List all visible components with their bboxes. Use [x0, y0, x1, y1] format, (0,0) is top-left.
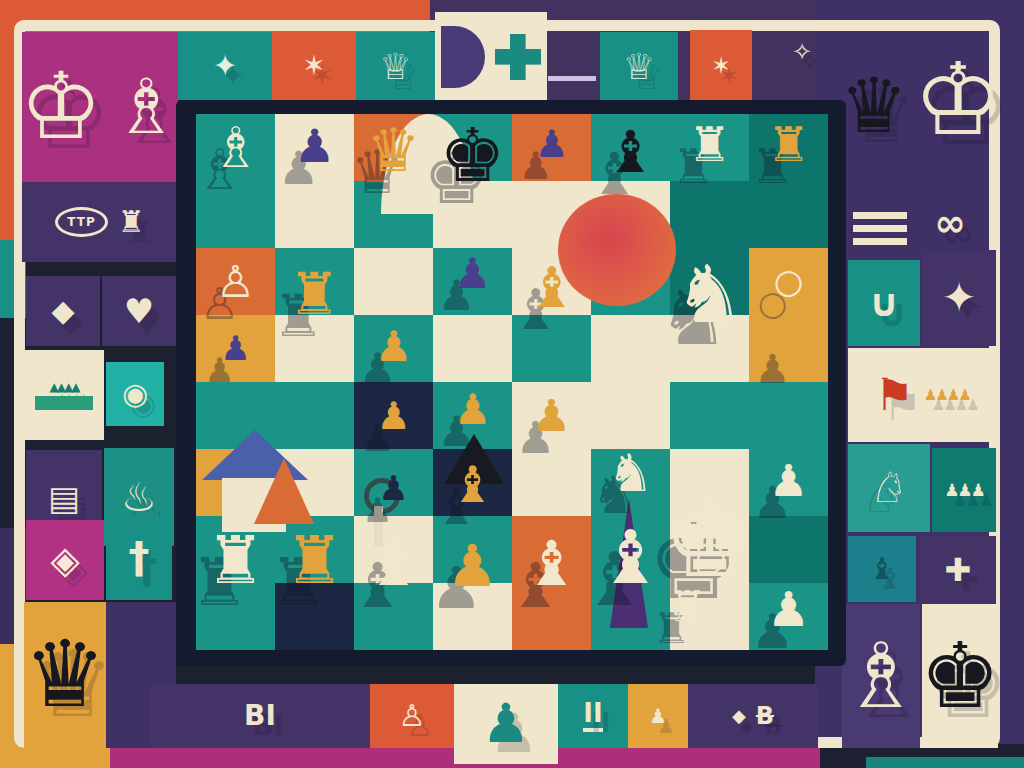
tile-cream-plus	[435, 12, 547, 102]
tile-cake	[848, 206, 912, 254]
castle-icon: ♜	[118, 207, 145, 237]
square-g7[interactable]	[670, 181, 749, 248]
black-king[interactable]: ♚	[439, 118, 505, 192]
text-block-icon: ▤	[48, 481, 80, 515]
purple-pawn[interactable]: ♟	[220, 330, 250, 364]
tile-teal-eye: ◉	[106, 362, 164, 426]
tile-purple-diamond-b: ◆B	[688, 684, 818, 748]
square-a7[interactable]	[196, 181, 275, 248]
shard-icon: ✧	[792, 40, 812, 64]
cream-knight[interactable]: ♞	[674, 254, 746, 334]
tile-shard: ✧	[788, 26, 816, 78]
orange-bishop[interactable]: ♝	[450, 460, 495, 510]
tile-orange-small-piece: ♟	[628, 684, 688, 748]
cream-knight[interactable]: ♞	[607, 446, 654, 498]
tile-cream-flag-crown: ⚑♟♟♟♟	[848, 348, 996, 442]
square-e3[interactable]	[512, 449, 591, 516]
square-e5[interactable]	[512, 315, 591, 382]
four-point-star-icon: ✦	[941, 277, 976, 319]
plus-icon	[495, 34, 541, 80]
chess-board: ♗♟♛♚♟♝♜♜♙♜♟♝♞○♟♟♟♟♟♟♟♝♞♟♜♜♝♟♝♝♚♜♟	[176, 100, 846, 666]
tile-cream-teal-pin: ♟	[454, 684, 558, 764]
tile-teal-figures: ♟♟♟	[932, 448, 996, 532]
tile-purple-badges: TTP♜	[22, 182, 178, 262]
swirl-icon: ✶	[711, 54, 731, 78]
boat-lamp-icon: ♙	[399, 701, 426, 731]
u-shape-icon: ∪	[869, 284, 900, 322]
orange-pawn[interactable]: ♟	[376, 397, 410, 435]
tile-cream-black-king: ♚	[922, 604, 998, 748]
tile-cream-king-top: ♔	[918, 26, 998, 174]
black-bishop[interactable]: ♝	[605, 122, 657, 180]
cream-bishop[interactable]: ♝	[366, 532, 422, 594]
dagger-icon: †	[129, 537, 150, 579]
tile-teal-bird: ♘	[848, 444, 930, 532]
purple-pawn[interactable]: ♟	[454, 253, 492, 295]
cream-king-icon: ♔	[913, 50, 1003, 150]
orange-rook[interactable]: ♜	[285, 528, 344, 594]
tile-orange-swirl: ✶	[272, 32, 356, 100]
struck-b-icon: B	[756, 704, 774, 728]
purple-pawn[interactable]: ♟	[294, 123, 335, 169]
orange-rook[interactable]: ♜	[767, 120, 810, 168]
tile-cream-trees: ▲▲▲▲	[24, 350, 104, 440]
tile-purple-bishop: ♗	[842, 604, 920, 748]
orange-pawn[interactable]: ♟	[771, 327, 807, 367]
teal-pin-piece-icon: ♟	[482, 697, 530, 751]
navy-pin-piece[interactable]: ♟	[378, 470, 408, 504]
orange-pawn[interactable]: ♟	[375, 326, 413, 368]
tile-purple-cross: ✚	[920, 536, 996, 604]
square-g4[interactable]	[670, 382, 749, 449]
dark-piece-icon: ♝	[869, 554, 896, 584]
tile-orange-swirl-2: ✶	[690, 30, 752, 102]
cream-pawn[interactable]: ♟	[769, 459, 808, 503]
cream-pawn[interactable]: ♙	[216, 260, 255, 304]
eye-icon: ◉	[122, 379, 148, 409]
orange-queen[interactable]: ♛	[367, 119, 421, 179]
bi-letters-icon: BI	[244, 702, 276, 730]
cream-bishop[interactable]: ♗	[210, 119, 260, 175]
tile-teal-pillars: II	[558, 684, 628, 748]
dome-icon: ♕	[379, 49, 411, 85]
crown-row-icon: ♟♟♟♟	[924, 388, 970, 403]
half-disc-icon	[441, 26, 485, 88]
cream-bishop[interactable]: ♝	[597, 520, 663, 594]
abstract-chess-artwork: ♔♗TTP♜✦✶♕♕✶✧♛♔∞∪✦⚑♟♟♟♟♘♟♟♟♝✚♗♚◆♥▲▲▲▲◉▤♨◈…	[0, 0, 1024, 768]
cream-rook[interactable]: ♜	[206, 528, 265, 594]
small-piece-icon: ♟	[649, 706, 667, 726]
gem-diamond-icon: ◈	[50, 541, 79, 579]
leaf-icon: ✦	[212, 51, 237, 81]
figure-row-icon: ♟♟♟	[944, 482, 984, 499]
square-f5[interactable]	[591, 315, 670, 382]
square-d5[interactable]	[433, 315, 512, 382]
black-king-icon: ♚	[920, 631, 1001, 721]
purple-pawn[interactable]: ♟	[534, 125, 568, 163]
square-h2[interactable]	[749, 516, 828, 583]
oval-badge-icon: TTP	[55, 207, 107, 237]
knot-icon: ∞	[934, 204, 966, 242]
square-c6[interactable]	[354, 248, 433, 315]
diamond-icon: ◆	[51, 296, 74, 326]
bottomright-teal-sliver	[866, 757, 1024, 768]
orange-bishop[interactable]: ♝	[526, 259, 576, 315]
square-f4[interactable]	[591, 382, 670, 449]
tile-purple-bi: BI	[150, 684, 370, 748]
tile-orange-black-queen: ♛	[24, 602, 106, 748]
tile-teal-dome-right: ♕	[600, 32, 678, 102]
orange-pawn[interactable]: ♟	[454, 389, 492, 431]
heart-icon: ♥	[124, 294, 154, 328]
tile-teal-u: ∪	[848, 260, 920, 346]
bird-icon: ♘	[870, 467, 908, 509]
planter-bar-icon	[35, 396, 93, 410]
swirl-icon: ✶	[302, 52, 325, 80]
orange-pawn[interactable]: ♟	[532, 394, 571, 438]
tile-purple-heart: ♥	[102, 276, 176, 346]
cream-pawn[interactable]: ♟	[767, 585, 810, 633]
orange-rook[interactable]: ♜	[289, 264, 341, 322]
square-b7[interactable]	[275, 181, 354, 248]
dome-icon: ♕	[623, 49, 655, 85]
black-queen-icon: ♛	[24, 629, 106, 721]
red-flag-icon: ⚑	[874, 373, 913, 417]
ring-mark[interactable]: ○	[774, 263, 804, 297]
tree-row-icon: ▲▲▲▲	[50, 381, 79, 393]
tile-teal-glyph: ♝	[848, 536, 916, 602]
square-b4[interactable]	[275, 382, 354, 449]
cream-bishop-icon: ♗	[841, 631, 922, 721]
cream-rook[interactable]: ♜	[688, 120, 731, 168]
tile-teal-leaf: ✦	[178, 32, 272, 100]
cream-bishop[interactable]: ♝	[524, 532, 580, 594]
cake-bars-icon	[853, 212, 907, 248]
tile-magenta-royals: ♔♗	[22, 32, 178, 182]
tile-orange-boat: ♙	[370, 684, 454, 748]
tile-black-queen-top: ♛	[840, 50, 908, 162]
cream-rook[interactable]: ♜	[669, 586, 707, 628]
orange-pawn[interactable]: ♟	[447, 536, 499, 594]
tile-purple-diamond: ◆	[26, 276, 100, 346]
tile-magenta-gem: ◈	[26, 520, 104, 600]
square-h7[interactable]	[749, 181, 828, 248]
pillars-icon: II	[583, 700, 602, 732]
small-diamond-icon: ◆	[732, 707, 746, 725]
white-bishop-icon: ♗	[112, 69, 180, 145]
white-king-icon: ♔	[20, 61, 102, 153]
cream-king-large[interactable]: ♚	[663, 487, 756, 591]
black-queen-icon: ♛	[840, 68, 908, 144]
cross-icon: ✚	[945, 554, 972, 586]
square-h4[interactable]	[749, 382, 828, 449]
tile-knot: ∞	[920, 196, 980, 250]
tile-teal-dagger: †	[106, 516, 172, 600]
tile-teal-dome-left: ♕	[356, 32, 435, 102]
tile-purple-star: ✦	[922, 250, 996, 346]
pitcher-icon: ♨	[121, 477, 157, 517]
